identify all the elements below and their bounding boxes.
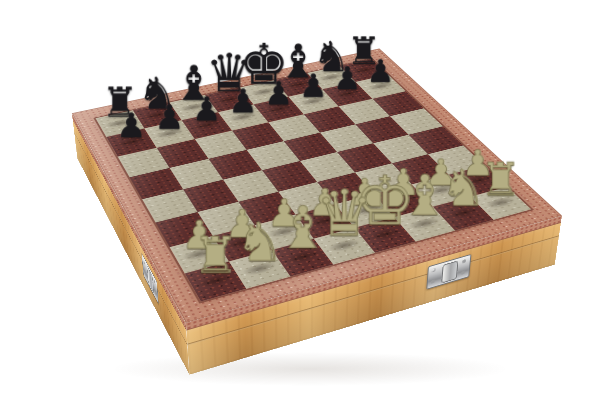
piece-white-rook: ♜ xyxy=(193,231,238,281)
square-b1: ♞ xyxy=(229,250,290,289)
piece-black-pawn: ♟ xyxy=(299,69,328,101)
square-a1: ♜ xyxy=(185,262,247,302)
chess-set-photo: ♜♞♝♛♚♝♞♜♟♟♟♟♟♟♟♟♟♟♟♟♟♟♟♟♜♞♝♛♚♝♞♜ xyxy=(0,0,600,393)
piece-white-knight: ♞ xyxy=(235,215,284,269)
piece-black-pawn: ♟ xyxy=(228,84,257,117)
piece-black-pawn: ♟ xyxy=(333,62,361,94)
piece-white-rook: ♜ xyxy=(480,157,521,203)
wooden-chess-box: ♜♞♝♛♚♝♞♜♟♟♟♟♟♟♟♟♟♟♟♟♟♟♟♟♜♞♝♛♚♝♞♜ xyxy=(77,91,554,375)
piece-black-pawn: ♟ xyxy=(116,108,146,142)
piece-black-pawn: ♟ xyxy=(192,92,222,125)
piece-black-pawn: ♟ xyxy=(366,55,394,86)
ground-shadow xyxy=(110,352,510,386)
piece-white-bishop: ♝ xyxy=(276,199,328,257)
piece-black-pawn: ♟ xyxy=(154,100,184,134)
perspective-scene: ♜♞♝♛♚♝♞♜♟♟♟♟♟♟♟♟♟♟♟♟♟♟♟♟♜♞♝♛♚♝♞♜ xyxy=(0,0,600,393)
piece-black-pawn: ♟ xyxy=(264,77,293,109)
